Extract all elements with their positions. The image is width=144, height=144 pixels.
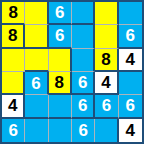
cell-r4c5[interactable]: 4 xyxy=(95,72,118,95)
cell-r1c2[interactable] xyxy=(25,2,48,25)
cell-r3c2[interactable] xyxy=(25,49,48,72)
cell-r4c6[interactable] xyxy=(119,72,142,95)
cell-r3c6[interactable]: 4 xyxy=(119,49,142,72)
cell-r4c2[interactable]: 6 xyxy=(25,72,48,95)
cell-r6c5[interactable] xyxy=(95,119,118,142)
puzzle-board: 868668468644666664 xyxy=(0,0,144,144)
cell-r6c1[interactable]: 6 xyxy=(2,119,25,142)
cell-r3c3[interactable] xyxy=(49,49,72,72)
cell-r5c6[interactable]: 6 xyxy=(119,95,142,118)
cell-r2c4[interactable] xyxy=(72,25,95,48)
cell-r6c6[interactable]: 4 xyxy=(119,119,142,142)
cell-r5c1[interactable]: 4 xyxy=(2,95,25,118)
cell-r6c2[interactable] xyxy=(25,119,48,142)
cell-r4c3[interactable]: 8 xyxy=(49,72,72,95)
cell-r4c4[interactable]: 6 xyxy=(72,72,95,95)
cell-r2c3[interactable]: 6 xyxy=(49,25,72,48)
cell-r1c5[interactable] xyxy=(95,2,118,25)
cell-r1c1[interactable]: 8 xyxy=(2,2,25,25)
cell-r2c5[interactable] xyxy=(95,25,118,48)
cell-r2c2[interactable] xyxy=(25,25,48,48)
cell-r3c4[interactable] xyxy=(72,49,95,72)
cell-r6c4[interactable]: 6 xyxy=(72,119,95,142)
cell-r5c5[interactable]: 6 xyxy=(95,95,118,118)
cell-r4c1[interactable] xyxy=(2,72,25,95)
cell-r1c6[interactable] xyxy=(119,2,142,25)
cell-r5c2[interactable] xyxy=(25,95,48,118)
cell-r5c3[interactable] xyxy=(49,95,72,118)
cell-r6c3[interactable] xyxy=(49,119,72,142)
cell-r3c1[interactable] xyxy=(2,49,25,72)
cell-r2c6[interactable]: 6 xyxy=(119,25,142,48)
cell-r3c5[interactable]: 8 xyxy=(95,49,118,72)
cell-r5c4[interactable]: 6 xyxy=(72,95,95,118)
cell-r1c3[interactable]: 6 xyxy=(49,2,72,25)
cell-r2c1[interactable]: 8 xyxy=(2,25,25,48)
cell-r1c4[interactable] xyxy=(72,2,95,25)
